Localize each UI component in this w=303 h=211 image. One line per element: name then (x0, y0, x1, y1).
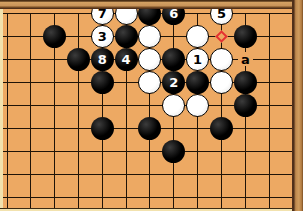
black-stone (210, 117, 233, 140)
white-stone (138, 48, 161, 71)
black-stone (43, 25, 66, 48)
board-top-edge-frame (0, 0, 303, 9)
black-stone (138, 117, 161, 140)
grid-line-horizontal (3, 151, 294, 152)
move-1-white-stone: 1 (186, 48, 209, 71)
black-stone (234, 25, 257, 48)
white-stone (138, 71, 161, 94)
grid-line-horizontal (3, 197, 294, 198)
black-stone (162, 48, 185, 71)
red-diamond-marker (214, 29, 228, 43)
point-label-a: a (238, 52, 253, 66)
grid-line-vertical (30, 13, 31, 208)
move-8-black-stone: 8 (91, 48, 114, 71)
white-stone (138, 25, 161, 48)
black-stone (234, 71, 257, 94)
grid-line-vertical (269, 13, 270, 208)
grid-line-vertical (78, 13, 79, 208)
black-stone (91, 71, 114, 94)
move-4-black-stone: 4 (115, 48, 138, 71)
go-board: a76538412 (0, 0, 303, 211)
red-diamond-icon (215, 30, 228, 43)
black-stone (234, 94, 257, 117)
grid-line-horizontal (3, 174, 294, 175)
board-right-edge-frame (292, 0, 303, 211)
white-stone (210, 71, 233, 94)
white-stone (186, 25, 209, 48)
diagram-bottom-cut-edge (0, 208, 292, 211)
white-stone (186, 94, 209, 117)
black-stone (91, 117, 114, 140)
black-stone (186, 71, 209, 94)
black-stone (67, 48, 90, 71)
white-stone (210, 48, 233, 71)
move-3-white-stone: 3 (91, 25, 114, 48)
move-2-black-stone: 2 (162, 71, 185, 94)
white-stone (162, 94, 185, 117)
diagram-left-cut-edge (0, 9, 3, 211)
black-stone (115, 25, 138, 48)
grid-line-vertical (7, 13, 8, 208)
black-stone (162, 140, 185, 163)
go-diagram: a76538412 (0, 0, 303, 211)
